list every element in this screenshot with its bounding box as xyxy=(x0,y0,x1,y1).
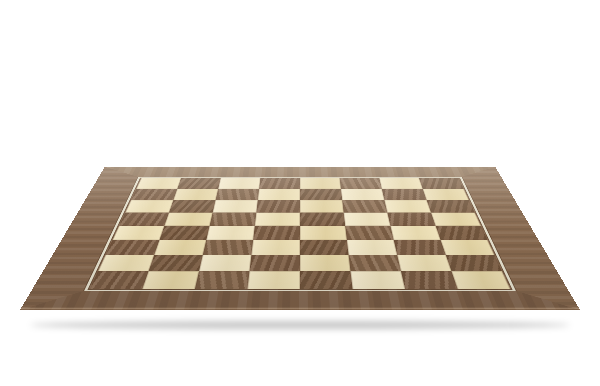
square-f3[interactable] xyxy=(347,240,397,255)
square-h6[interactable] xyxy=(427,200,475,212)
square-e7[interactable] xyxy=(300,189,342,201)
square-h8[interactable] xyxy=(419,178,464,189)
board-field xyxy=(90,178,510,289)
square-d6[interactable] xyxy=(256,200,300,212)
square-c6[interactable] xyxy=(213,200,258,212)
square-a3[interactable] xyxy=(106,240,160,255)
square-d7[interactable] xyxy=(258,189,300,201)
square-c8[interactable] xyxy=(218,178,260,189)
square-h7[interactable] xyxy=(423,189,469,201)
square-e8[interactable] xyxy=(300,178,341,189)
square-c1[interactable] xyxy=(195,271,250,289)
square-b3[interactable] xyxy=(154,240,206,255)
square-h2[interactable] xyxy=(446,255,502,271)
square-f6[interactable] xyxy=(342,200,387,212)
square-g3[interactable] xyxy=(394,240,446,255)
square-h1[interactable] xyxy=(451,271,510,289)
product-photo-stage xyxy=(0,0,600,386)
square-a5[interactable] xyxy=(119,213,169,226)
square-f7[interactable] xyxy=(341,189,385,201)
square-h3[interactable] xyxy=(440,240,494,255)
square-f1[interactable] xyxy=(350,271,405,289)
square-d2[interactable] xyxy=(250,255,300,271)
square-c2[interactable] xyxy=(199,255,251,271)
square-d3[interactable] xyxy=(251,240,300,255)
square-g2[interactable] xyxy=(397,255,451,271)
square-d4[interactable] xyxy=(253,226,300,240)
square-e6[interactable] xyxy=(300,200,344,212)
square-c7[interactable] xyxy=(216,189,260,201)
square-a4[interactable] xyxy=(113,226,165,240)
square-b4[interactable] xyxy=(160,226,210,240)
square-g4[interactable] xyxy=(390,226,440,240)
square-f4[interactable] xyxy=(345,226,393,240)
square-g5[interactable] xyxy=(387,213,435,226)
square-b7[interactable] xyxy=(173,189,218,201)
square-d8[interactable] xyxy=(259,178,300,189)
square-e5[interactable] xyxy=(300,213,345,226)
square-g7[interactable] xyxy=(382,189,427,201)
square-e1[interactable] xyxy=(300,271,353,289)
square-a8[interactable] xyxy=(136,178,181,189)
square-e4[interactable] xyxy=(300,226,347,240)
square-g6[interactable] xyxy=(384,200,431,212)
square-a6[interactable] xyxy=(125,200,173,212)
square-d1[interactable] xyxy=(247,271,300,289)
square-a2[interactable] xyxy=(98,255,154,271)
square-h5[interactable] xyxy=(431,213,481,226)
square-f5[interactable] xyxy=(344,213,391,226)
square-b2[interactable] xyxy=(149,255,203,271)
board-frame-far xyxy=(98,167,502,178)
square-a7[interactable] xyxy=(131,189,177,201)
square-c5[interactable] xyxy=(210,213,257,226)
square-b6[interactable] xyxy=(169,200,216,212)
board-front-edge xyxy=(20,309,580,325)
square-c4[interactable] xyxy=(206,226,254,240)
square-f2[interactable] xyxy=(349,255,401,271)
square-d5[interactable] xyxy=(255,213,300,226)
square-b1[interactable] xyxy=(142,271,199,289)
square-b5[interactable] xyxy=(164,213,212,226)
square-c3[interactable] xyxy=(203,240,253,255)
square-e3[interactable] xyxy=(300,240,349,255)
board-frame-near xyxy=(20,289,580,310)
chess-board xyxy=(20,167,580,310)
square-h4[interactable] xyxy=(436,226,488,240)
square-g8[interactable] xyxy=(379,178,422,189)
square-f8[interactable] xyxy=(340,178,382,189)
square-g1[interactable] xyxy=(401,271,458,289)
square-e2[interactable] xyxy=(300,255,350,271)
square-a1[interactable] xyxy=(90,271,149,289)
square-b8[interactable] xyxy=(177,178,220,189)
